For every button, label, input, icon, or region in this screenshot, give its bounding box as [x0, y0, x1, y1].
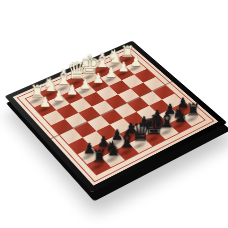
piece-black-rook[interactable]: ♜ — [90, 127, 107, 166]
square[interactable] — [60, 128, 83, 144]
chessboard: ♜♞♝♛♚♝♞♜♟♟♟♟♟♟♟♟♟♟♟♟♟♟♟♟♜♞♝♛♚♝♞♜ — [5, 41, 228, 193]
product-photo-scene: ♜♞♝♛♚♝♞♜♟♟♟♟♟♟♟♟♟♟♟♟♟♟♟♟♜♞♝♛♚♝♞♜ — [0, 0, 228, 228]
square[interactable] — [51, 119, 74, 135]
square[interactable] — [43, 110, 65, 125]
